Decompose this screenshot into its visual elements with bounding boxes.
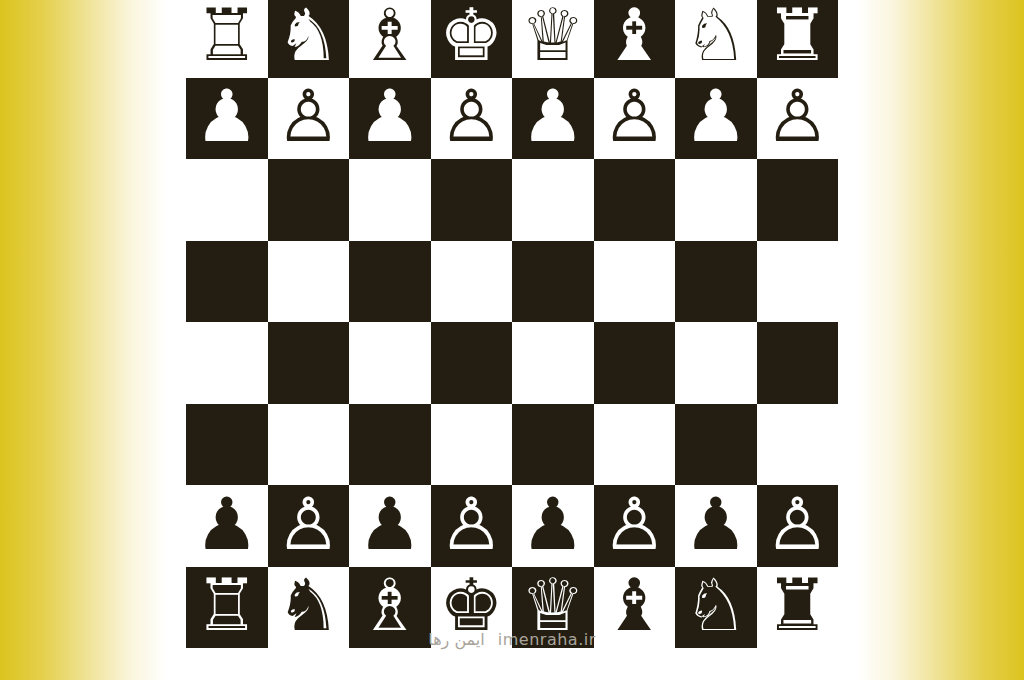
square-h2: ♙ bbox=[757, 485, 839, 567]
piece-black-pawn-icon: ♙ bbox=[276, 488, 341, 560]
piece-white-knight-icon: ♞ bbox=[276, 0, 341, 71]
chess-poster: ♖♞♗♚♕♝♘♜♟♙♟♙♟♙♟♙♟♙♟♙♟♙♟♙♖♞♗♚♕♝♘♜ ایمن ره… bbox=[0, 0, 1024, 680]
square-e6 bbox=[512, 159, 594, 241]
square-g2: ♟ bbox=[675, 485, 757, 567]
square-a2: ♟ bbox=[186, 485, 268, 567]
piece-white-pawn-icon: ♙ bbox=[276, 80, 341, 152]
watermark-persian-text: ایمن رها bbox=[428, 630, 484, 649]
piece-black-pawn-icon: ♟ bbox=[683, 488, 748, 560]
square-d4 bbox=[431, 322, 513, 404]
piece-white-queen-icon: ♕ bbox=[520, 0, 585, 71]
square-f2: ♙ bbox=[594, 485, 676, 567]
square-e2: ♟ bbox=[512, 485, 594, 567]
square-g3 bbox=[675, 404, 757, 486]
square-c3 bbox=[349, 404, 431, 486]
square-e5 bbox=[512, 241, 594, 323]
left-yellow-gradient bbox=[0, 0, 186, 680]
square-h4 bbox=[757, 322, 839, 404]
square-h3 bbox=[757, 404, 839, 486]
square-f7: ♙ bbox=[594, 78, 676, 160]
piece-black-pawn-icon: ♙ bbox=[765, 488, 830, 560]
square-a8: ♖ bbox=[186, 0, 268, 78]
square-b6 bbox=[268, 159, 350, 241]
piece-white-pawn-icon: ♟ bbox=[194, 80, 259, 152]
watermark: ایمن رها imenraha.ir bbox=[0, 630, 1024, 649]
square-d2: ♙ bbox=[431, 485, 513, 567]
square-a4 bbox=[186, 322, 268, 404]
square-h5 bbox=[757, 241, 839, 323]
square-b3 bbox=[268, 404, 350, 486]
square-e8: ♕ bbox=[512, 0, 594, 78]
square-g4 bbox=[675, 322, 757, 404]
square-d6 bbox=[431, 159, 513, 241]
square-f6 bbox=[594, 159, 676, 241]
piece-white-pawn-icon: ♟ bbox=[520, 80, 585, 152]
watermark-site-url: imenraha.ir bbox=[498, 630, 596, 649]
piece-white-pawn-icon: ♟ bbox=[683, 80, 748, 152]
square-e3 bbox=[512, 404, 594, 486]
square-e7: ♟ bbox=[512, 78, 594, 160]
piece-white-pawn-icon: ♙ bbox=[765, 80, 830, 152]
square-d5 bbox=[431, 241, 513, 323]
piece-white-rook-icon: ♜ bbox=[765, 0, 830, 71]
square-h7: ♙ bbox=[757, 78, 839, 160]
square-d8: ♚ bbox=[431, 0, 513, 78]
square-f8: ♝ bbox=[594, 0, 676, 78]
square-h6 bbox=[757, 159, 839, 241]
square-g6 bbox=[675, 159, 757, 241]
square-c7: ♟ bbox=[349, 78, 431, 160]
piece-white-bishop-icon: ♝ bbox=[602, 0, 667, 71]
piece-black-pawn-icon: ♙ bbox=[439, 488, 504, 560]
piece-white-rook-icon: ♖ bbox=[194, 0, 259, 71]
square-a7: ♟ bbox=[186, 78, 268, 160]
square-d7: ♙ bbox=[431, 78, 513, 160]
square-g5 bbox=[675, 241, 757, 323]
square-b7: ♙ bbox=[268, 78, 350, 160]
square-f4 bbox=[594, 322, 676, 404]
piece-white-pawn-icon: ♙ bbox=[439, 80, 504, 152]
square-c2: ♟ bbox=[349, 485, 431, 567]
square-c6 bbox=[349, 159, 431, 241]
right-yellow-gradient bbox=[838, 0, 1024, 680]
piece-white-king-icon: ♚ bbox=[439, 0, 504, 71]
square-a3 bbox=[186, 404, 268, 486]
chess-board: ♖♞♗♚♕♝♘♜♟♙♟♙♟♙♟♙♟♙♟♙♟♙♟♙♖♞♗♚♕♝♘♜ bbox=[186, 0, 838, 648]
square-c8: ♗ bbox=[349, 0, 431, 78]
square-d3 bbox=[431, 404, 513, 486]
square-b4 bbox=[268, 322, 350, 404]
square-e4 bbox=[512, 322, 594, 404]
square-h8: ♜ bbox=[757, 0, 839, 78]
square-c5 bbox=[349, 241, 431, 323]
square-b5 bbox=[268, 241, 350, 323]
piece-black-pawn-icon: ♙ bbox=[602, 488, 667, 560]
piece-black-pawn-icon: ♟ bbox=[357, 488, 422, 560]
square-b2: ♙ bbox=[268, 485, 350, 567]
square-a5 bbox=[186, 241, 268, 323]
square-f3 bbox=[594, 404, 676, 486]
square-g7: ♟ bbox=[675, 78, 757, 160]
piece-black-pawn-icon: ♟ bbox=[194, 488, 259, 560]
piece-white-bishop-icon: ♗ bbox=[357, 0, 422, 71]
square-b8: ♞ bbox=[268, 0, 350, 78]
square-c4 bbox=[349, 322, 431, 404]
square-g8: ♘ bbox=[675, 0, 757, 78]
square-a6 bbox=[186, 159, 268, 241]
piece-white-knight-icon: ♘ bbox=[683, 0, 748, 71]
piece-white-pawn-icon: ♙ bbox=[602, 80, 667, 152]
square-f5 bbox=[594, 241, 676, 323]
piece-white-pawn-icon: ♟ bbox=[357, 80, 422, 152]
piece-black-pawn-icon: ♟ bbox=[520, 488, 585, 560]
